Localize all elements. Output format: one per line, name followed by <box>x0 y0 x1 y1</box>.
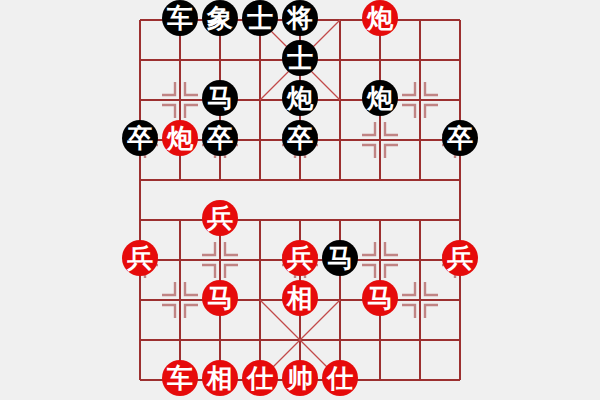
piece-red-elephant[interactable]: 相 <box>202 360 238 396</box>
piece-red-soldier[interactable]: 兵 <box>122 240 158 276</box>
piece-black-advisor[interactable]: 士 <box>282 40 318 76</box>
piece-black-chariot[interactable]: 车 <box>162 0 198 36</box>
piece-red-horse[interactable]: 马 <box>202 280 238 316</box>
piece-red-chariot[interactable]: 车 <box>162 360 198 396</box>
xiangqi-board[interactable]: 车象士将炮士马炮炮卒炮卒卒卒兵兵兵马兵马相马车相仕帅仕 <box>0 0 600 400</box>
piece-black-cannon[interactable]: 炮 <box>282 80 318 116</box>
piece-red-soldier[interactable]: 兵 <box>442 240 478 276</box>
piece-black-soldier[interactable]: 卒 <box>442 120 478 156</box>
piece-red-horse[interactable]: 马 <box>362 280 398 316</box>
piece-red-cannon[interactable]: 炮 <box>162 120 198 156</box>
piece-red-cannon[interactable]: 炮 <box>362 0 398 36</box>
piece-black-elephant[interactable]: 象 <box>202 0 238 36</box>
piece-black-soldier[interactable]: 卒 <box>202 120 238 156</box>
piece-black-cannon[interactable]: 炮 <box>362 80 398 116</box>
piece-black-soldier[interactable]: 卒 <box>282 120 318 156</box>
piece-red-advisor[interactable]: 仕 <box>242 360 278 396</box>
piece-black-general[interactable]: 将 <box>282 0 318 36</box>
piece-red-advisor[interactable]: 仕 <box>322 360 358 396</box>
piece-black-horse[interactable]: 马 <box>322 240 358 276</box>
piece-red-elephant[interactable]: 相 <box>282 280 318 316</box>
piece-black-advisor[interactable]: 士 <box>242 0 278 36</box>
piece-black-horse[interactable]: 马 <box>202 80 238 116</box>
piece-black-soldier[interactable]: 卒 <box>122 120 158 156</box>
piece-red-soldier[interactable]: 兵 <box>202 200 238 236</box>
piece-red-general[interactable]: 帅 <box>282 360 318 396</box>
piece-red-soldier[interactable]: 兵 <box>282 240 318 276</box>
